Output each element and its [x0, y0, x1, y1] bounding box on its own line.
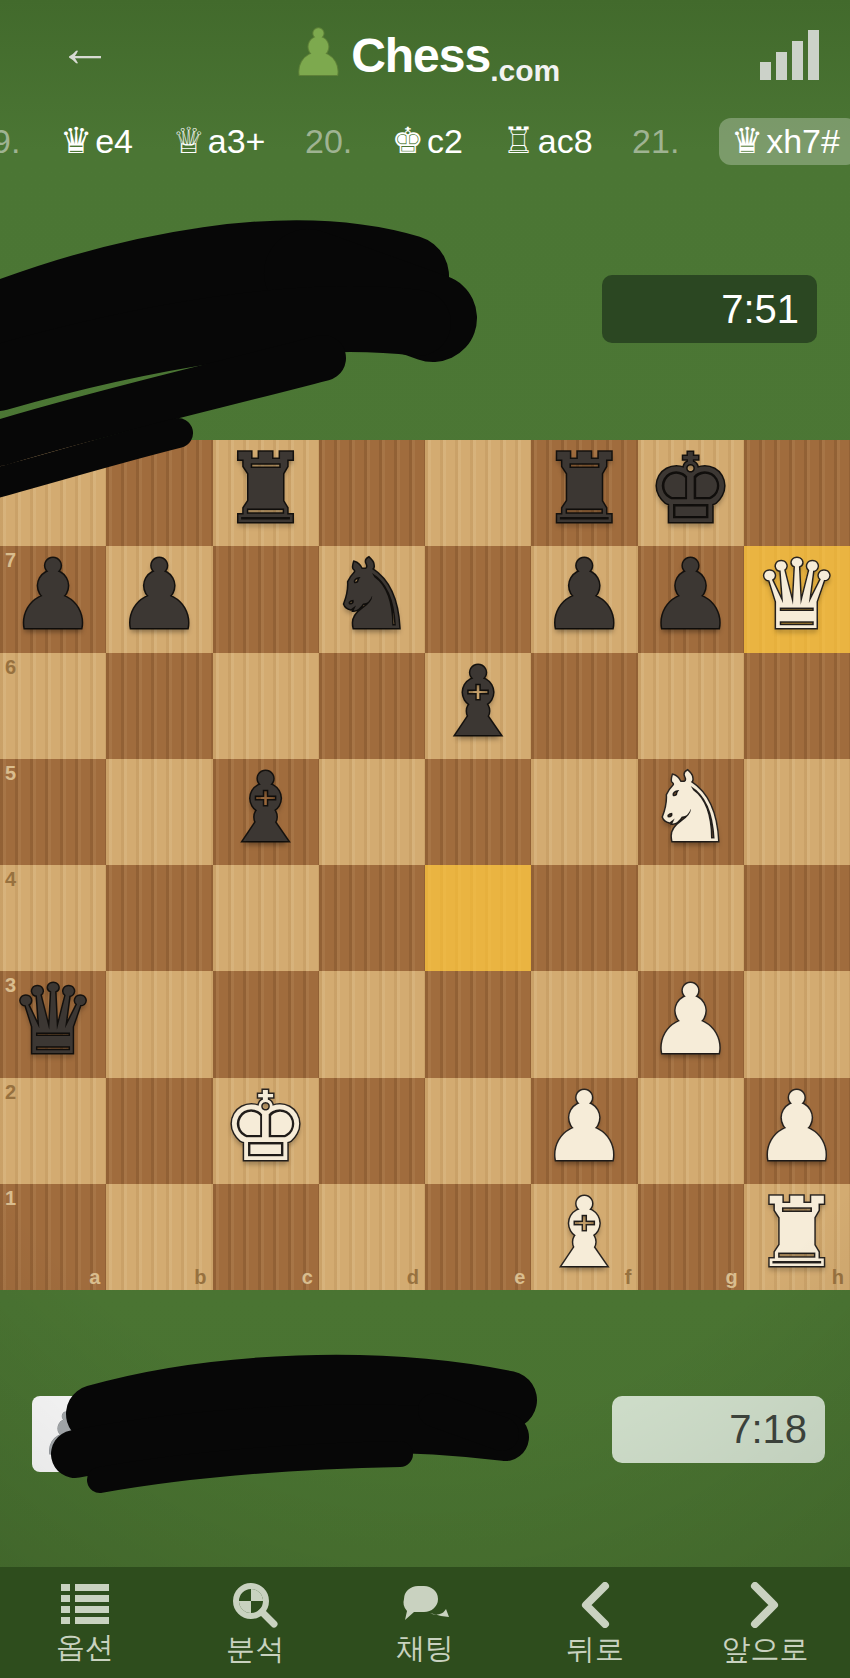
nav-analysis-label: 분석 [226, 1635, 284, 1664]
square-e1[interactable]: e [425, 1184, 531, 1290]
square-e8[interactable] [425, 440, 531, 546]
nav-chat-button[interactable]: 채팅 [340, 1567, 510, 1678]
top-captured-pieces: ♟♟♟♟♟♞♝♜+9 [120, 312, 365, 348]
move-text: e4 [95, 122, 133, 161]
square-f4[interactable] [531, 865, 637, 971]
white-pawn-f2[interactable]: ♟ [541, 1079, 627, 1175]
square-b6[interactable] [106, 653, 212, 759]
square-g1[interactable]: g [638, 1184, 744, 1290]
rank-label-2: 2 [5, 1082, 16, 1102]
black-king-g8[interactable]: ♚ [648, 441, 734, 537]
back-icon [580, 1582, 610, 1628]
square-f6[interactable] [531, 653, 637, 759]
square-e7[interactable] [425, 546, 531, 652]
chess-app-screen: ← ♟ Chess .com 9.♛e4♕a3+20.♚c2♖ac821.♛xh… [0, 0, 850, 1678]
square-h3[interactable] [744, 971, 850, 1077]
square-h5[interactable] [744, 759, 850, 865]
square-c4[interactable] [213, 865, 319, 971]
square-b5[interactable] [106, 759, 212, 865]
square-h7[interactable]: ♛ [744, 546, 850, 652]
square-d2[interactable] [319, 1078, 425, 1184]
white-rook-h1[interactable]: ♜ [754, 1185, 840, 1281]
square-d1[interactable]: d [319, 1184, 425, 1290]
square-a6[interactable]: 6 [0, 653, 106, 759]
top-bar: ← ♟ Chess .com [0, 0, 850, 110]
nav-chat-label: 채팅 [396, 1634, 454, 1663]
square-a3[interactable]: 3♛ [0, 971, 106, 1077]
bottom-player-avatar[interactable]: ♟ [32, 1396, 102, 1472]
move-a3+[interactable]: ♕a3+ [173, 122, 266, 161]
move-number: 20. [305, 122, 352, 161]
square-h8[interactable] [744, 440, 850, 546]
square-d8[interactable] [319, 440, 425, 546]
square-h6[interactable] [744, 653, 850, 759]
rank-label-5: 5 [5, 763, 16, 783]
nav-back-button[interactable]: 뒤로 [510, 1567, 680, 1678]
square-g4[interactable] [638, 865, 744, 971]
square-b1[interactable]: b [106, 1184, 212, 1290]
black-queen-a3[interactable]: ♛ [10, 972, 96, 1068]
square-g5[interactable]: ♞ [638, 759, 744, 865]
square-b2[interactable] [106, 1078, 212, 1184]
square-e6[interactable]: ♝ [425, 653, 531, 759]
black-rook-f8[interactable]: ♜ [541, 441, 627, 537]
square-f8[interactable]: ♜ [531, 440, 637, 546]
move-text: ac8 [538, 122, 593, 161]
square-a5[interactable]: 5 [0, 759, 106, 865]
bottom-name-redaction-scribble [40, 1352, 550, 1507]
file-label-a: a [89, 1267, 100, 1287]
square-f3[interactable] [531, 971, 637, 1077]
square-f5[interactable] [531, 759, 637, 865]
square-a7[interactable]: 7♟ [0, 546, 106, 652]
avatar-pawn-icon: ♟ [41, 1400, 93, 1468]
chat-icon [400, 1583, 450, 1627]
black-bishop-e6[interactable]: ♝ [435, 654, 521, 750]
move-text: 9. [0, 122, 20, 161]
move-text: 21. [632, 122, 679, 161]
square-f7[interactable]: ♟ [531, 546, 637, 652]
figurine-icon: ♛ [731, 123, 763, 159]
move-text: c2 [427, 122, 463, 161]
move-ac8[interactable]: ♖ac8 [502, 122, 592, 161]
square-d5[interactable] [319, 759, 425, 865]
square-d6[interactable] [319, 653, 425, 759]
move-c2[interactable]: ♚c2 [392, 122, 463, 161]
square-h4[interactable] [744, 865, 850, 971]
move-text: xh7# [766, 122, 840, 161]
forward-icon [750, 1582, 780, 1628]
file-label-g: g [726, 1267, 738, 1287]
square-a1[interactable]: 1a [0, 1184, 106, 1290]
file-label-b: b [194, 1267, 206, 1287]
captured-white-knight: ♞ [216, 315, 246, 348]
black-pawn-a7[interactable]: ♟ [10, 547, 96, 643]
square-e3[interactable] [425, 971, 531, 1077]
captured-white-pawn: ♟ [178, 315, 208, 348]
figurine-icon: ♕ [173, 123, 205, 159]
rank-label-6: 6 [5, 657, 16, 677]
square-a4[interactable]: 4 [0, 865, 106, 971]
material-score: +9 [331, 313, 365, 347]
signal-bars-icon [760, 30, 822, 80]
square-g2[interactable] [638, 1078, 744, 1184]
white-pawn-h2[interactable]: ♟ [754, 1079, 840, 1175]
move-xh7#[interactable]: ♛xh7# [719, 118, 850, 165]
captured-black-pawn: ♟ [162, 1435, 192, 1468]
move-number: 21. [632, 122, 679, 161]
top-clock-time: 7:51 [721, 287, 799, 332]
move-text: a3+ [208, 122, 266, 161]
move-e4[interactable]: ♛e4 [60, 122, 133, 161]
captured-white-rook: ♜ [291, 315, 321, 348]
square-h2[interactable]: ♟ [744, 1078, 850, 1184]
chess-board: 8♜♜♚7♟♟♞♟♟♛6♝5♝♞43♛♟2♚♟♟1abcdef♝gh♜ [0, 440, 850, 1290]
options-list-icon [61, 1584, 109, 1626]
rank-label-8: 8 [5, 444, 16, 464]
bottom-nav-bar: 옵션 분석 채팅 뒤로 [0, 1567, 850, 1678]
square-b7[interactable]: ♟ [106, 546, 212, 652]
black-bishop-c5[interactable]: ♝ [223, 760, 309, 856]
square-b8[interactable] [106, 440, 212, 546]
square-b3[interactable] [106, 971, 212, 1077]
white-king-c2[interactable]: ♚ [223, 1079, 309, 1175]
captured-white-bishop: ♝ [254, 315, 284, 348]
black-pawn-g7[interactable]: ♟ [648, 547, 734, 643]
white-knight-g5[interactable]: ♞ [648, 760, 734, 856]
square-b4[interactable] [106, 865, 212, 971]
square-e4[interactable] [425, 865, 531, 971]
nav-forward-label: 앞으로 [722, 1635, 809, 1664]
logo-pawn-icon: ♟ [290, 16, 347, 90]
square-c6[interactable] [213, 653, 319, 759]
nav-analysis-button[interactable]: 분석 [170, 1567, 340, 1678]
captured-black-knight: ♞ [199, 1435, 229, 1468]
white-pawn-g3[interactable]: ♟ [648, 972, 734, 1068]
chesscom-logo: ♟ Chess .com [0, 0, 850, 110]
square-c1[interactable]: c [213, 1184, 319, 1290]
black-knight-d7[interactable]: ♞ [329, 547, 415, 643]
square-g7[interactable]: ♟ [638, 546, 744, 652]
black-pawn-f7[interactable]: ♟ [541, 547, 627, 643]
rank-label-4: 4 [5, 869, 16, 889]
rank-label-1: 1 [5, 1188, 16, 1208]
square-h1[interactable]: h♜ [744, 1184, 850, 1290]
square-a2[interactable]: 2 [0, 1078, 106, 1184]
figurine-icon: ♖ [502, 123, 534, 159]
square-c3[interactable] [213, 971, 319, 1077]
file-label-e: e [514, 1267, 525, 1287]
square-f2[interactable]: ♟ [531, 1078, 637, 1184]
figurine-icon: ♚ [392, 123, 424, 159]
square-g3[interactable]: ♟ [638, 971, 744, 1077]
nav-forward-button[interactable]: 앞으로 [680, 1567, 850, 1678]
analysis-icon [232, 1582, 278, 1628]
move-list: 9.♛e4♕a3+20.♚c2♖ac821.♛xh7# [0, 112, 850, 170]
nav-options-label: 옵션 [56, 1633, 114, 1662]
white-bishop-f1[interactable]: ♝ [541, 1185, 627, 1281]
logo-text: Chess [351, 28, 490, 83]
move-number: 9. [0, 122, 20, 161]
square-d3[interactable] [319, 971, 425, 1077]
square-g8[interactable]: ♚ [638, 440, 744, 546]
figurine-icon: ♛ [60, 123, 92, 159]
bottom-captured-pieces: ♟♟♟♟♞ [118, 1432, 229, 1468]
square-e2[interactable] [425, 1078, 531, 1184]
square-c5[interactable]: ♝ [213, 759, 319, 865]
black-pawn-b7[interactable]: ♟ [116, 547, 202, 643]
square-d7[interactable]: ♞ [319, 546, 425, 652]
square-d4[interactable] [319, 865, 425, 971]
nav-back-label: 뒤로 [566, 1635, 624, 1664]
bottom-player-clock: 7:18 [612, 1396, 825, 1463]
logo-suffix: .com [490, 54, 560, 88]
square-e5[interactable] [425, 759, 531, 865]
move-text: 20. [305, 122, 352, 161]
file-label-c: c [302, 1267, 313, 1287]
square-c2[interactable]: ♚ [213, 1078, 319, 1184]
file-label-d: d [407, 1267, 419, 1287]
square-c8[interactable]: ♜ [213, 440, 319, 546]
white-queen-h7[interactable]: ♛ [754, 547, 840, 643]
black-rook-c8[interactable]: ♜ [223, 441, 309, 537]
square-c7[interactable] [213, 546, 319, 652]
nav-options-button[interactable]: 옵션 [0, 1567, 170, 1678]
bottom-clock-time: 7:18 [729, 1407, 807, 1452]
square-g6[interactable] [638, 653, 744, 759]
top-player-clock: 7:51 [602, 275, 817, 343]
square-a8[interactable]: 8 [0, 440, 106, 546]
square-f1[interactable]: f♝ [531, 1184, 637, 1290]
